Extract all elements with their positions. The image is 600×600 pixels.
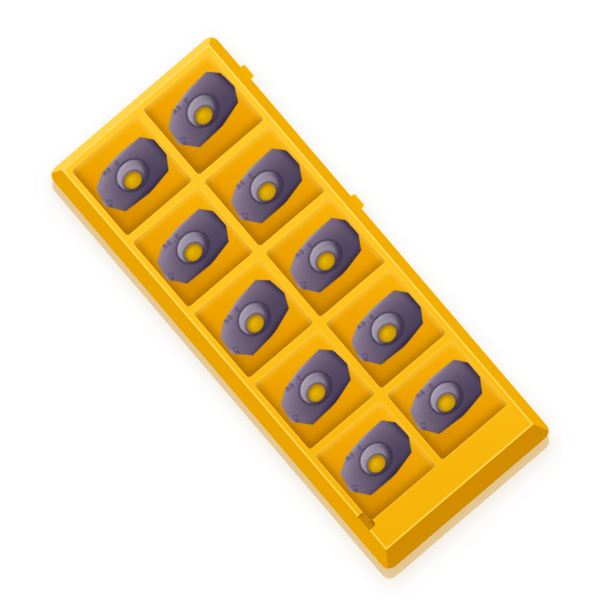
insert-hole-countersink bbox=[233, 297, 275, 340]
insert-grade-marking: N2 bbox=[301, 278, 311, 290]
carbide-insert: R0.8 N2 bbox=[270, 341, 361, 436]
carbide-insert: R0.8 N2 bbox=[157, 63, 248, 158]
insert-hole-bore bbox=[191, 103, 216, 128]
insert-grade-marking: N2 bbox=[362, 350, 372, 362]
insert-case: R0.8 N2 R0.8 N2 bbox=[48, 34, 553, 573]
insert-hole-countersink bbox=[295, 367, 337, 410]
insert-hole-bore bbox=[254, 179, 279, 204]
compartment-grid: R0.8 N2 R0.8 N2 bbox=[71, 54, 507, 521]
insert-grade-marking: N2 bbox=[420, 419, 430, 431]
insert-grade-marking: N2 bbox=[179, 133, 189, 145]
insert-hole-bore bbox=[375, 321, 400, 346]
insert-grade-marking: N2 bbox=[106, 196, 116, 208]
insert-grade-marking: N2 bbox=[242, 209, 252, 221]
carbide-insert: R0.8 N2 bbox=[340, 282, 433, 376]
carbide-insert: R0.8 N2 bbox=[279, 210, 372, 304]
carbide-insert: R0.8 N2 bbox=[329, 412, 421, 506]
case-mold-tab bbox=[349, 193, 365, 210]
case-mold-tab bbox=[239, 64, 255, 81]
insert-hole-bore bbox=[304, 380, 329, 405]
carbide-insert: R0.8 N2 bbox=[146, 201, 239, 295]
insert-hole-bore bbox=[120, 167, 145, 192]
insert-grade-marking: N2 bbox=[351, 481, 361, 493]
insert-hole-countersink bbox=[182, 89, 224, 132]
insert-hole-bore bbox=[181, 239, 206, 264]
case-rotated-wrapper: R0.8 N2 R0.8 N2 bbox=[48, 34, 553, 573]
carbide-insert: R0.8 N2 bbox=[209, 272, 298, 368]
insert-grade-marking: N2 bbox=[167, 269, 177, 281]
case-tray: R0.8 N2 R0.8 N2 bbox=[62, 44, 534, 550]
insert-hole-bore bbox=[243, 311, 267, 336]
insert-hole-bore bbox=[434, 390, 459, 415]
insert-grade-marking: N2 bbox=[292, 411, 302, 423]
product-photo: R0.8 N2 R0.8 N2 bbox=[0, 0, 600, 600]
insert-grade-marking: N2 bbox=[232, 343, 243, 355]
carbide-insert: R0.8 N2 bbox=[399, 352, 493, 445]
carbide-insert: R0.8 N2 bbox=[85, 129, 179, 222]
carbide-insert: R0.8 N2 bbox=[220, 140, 312, 234]
insert-hole-bore bbox=[314, 249, 339, 274]
insert-hole-bore bbox=[364, 451, 389, 476]
